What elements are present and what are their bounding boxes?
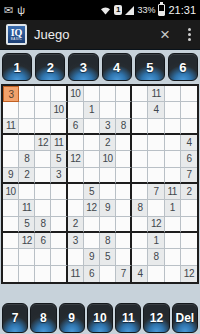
grid-cell-r1c3[interactable] — [35, 86, 51, 102]
notification-count-badge: 1 — [114, 5, 122, 15]
grid-cell-r1c10[interactable]: 11 — [148, 86, 164, 102]
grid-cell-r9c6[interactable] — [84, 217, 100, 233]
grid-cell-r1c1[interactable]: 3 — [3, 86, 19, 102]
battery-icon — [158, 4, 165, 16]
grid-cell-r11c6[interactable]: 9 — [84, 249, 100, 265]
grid-cell-r8c4[interactable] — [51, 200, 67, 216]
grid-cell-r6c3[interactable] — [35, 168, 51, 184]
grid-cell-r9c10[interactable]: 12 — [148, 217, 164, 233]
grid-cell-r3c3[interactable] — [35, 119, 51, 135]
grid-cell-r8c11[interactable]: 1 — [165, 200, 181, 216]
grid-cell-r4c5[interactable] — [68, 135, 84, 151]
grid-cell-r2c1[interactable] — [3, 102, 19, 118]
grid-cell-r6c5[interactable] — [68, 168, 84, 184]
grid-cell-r3c5[interactable]: 6 — [68, 119, 84, 135]
grid-cell-r5c10[interactable] — [148, 151, 164, 167]
grid-cell-r9c11[interactable] — [165, 217, 181, 233]
grid-cell-r9c5[interactable]: 2 — [68, 217, 84, 233]
grid-cell-r11c12[interactable] — [181, 249, 197, 265]
grid-cell-r4c1[interactable] — [3, 135, 19, 151]
grid-cell-r5c3[interactable] — [35, 151, 51, 167]
key-4[interactable]: 4 — [102, 53, 132, 81]
grid-cell-r12c12[interactable]: 12 — [181, 266, 197, 282]
grid-cell-r4c6[interactable] — [84, 135, 100, 151]
key-12[interactable]: 12 — [143, 303, 169, 333]
envelope-icon: ✉ — [4, 5, 13, 16]
grid-cell-r6c8[interactable] — [116, 168, 132, 184]
key-7[interactable]: 7 — [2, 303, 28, 333]
logo-subtext: BASIC — [11, 38, 23, 41]
grid-cell-r4c7[interactable]: 2 — [100, 135, 116, 151]
grid-cell-r12c6[interactable]: 6 — [84, 266, 100, 282]
grid-cell-r5c5[interactable]: 12 — [68, 151, 84, 167]
battery-percent: 33% — [137, 5, 155, 15]
grid-cell-r7c11[interactable]: 11 — [165, 184, 181, 200]
wifi-icon — [100, 5, 111, 15]
grid-cell-r11c2[interactable] — [19, 249, 35, 265]
grid-cell-r3c7[interactable]: 3 — [100, 119, 116, 135]
grid-cell-r7c9[interactable] — [132, 184, 148, 200]
grid-cell-r1c11[interactable] — [165, 86, 181, 102]
grid-cell-r11c8[interactable] — [116, 249, 132, 265]
grid-cell-r5c9[interactable] — [132, 151, 148, 167]
grid-cell-r9c3[interactable]: 8 — [35, 217, 51, 233]
grid-cell-r2c5[interactable] — [68, 102, 84, 118]
overflow-menu-icon[interactable] — [176, 24, 194, 45]
grid-cell-r11c1[interactable] — [3, 249, 19, 265]
grid-cell-r6c9[interactable] — [132, 168, 148, 184]
grid-cell-r4c3[interactable]: 12 — [35, 135, 51, 151]
grid-cell-r9c12[interactable] — [181, 217, 197, 233]
grid-cell-r10c8[interactable] — [116, 233, 132, 249]
grid-cell-r10c7[interactable]: 8 — [100, 233, 116, 249]
grid-cell-r12c9[interactable]: 4 — [132, 266, 148, 282]
grid-cell-r8c2[interactable]: 11 — [19, 200, 35, 216]
grid-cell-r11c7[interactable]: 5 — [100, 249, 116, 265]
grid-cell-r10c11[interactable] — [165, 233, 181, 249]
grid-cell-r5c6[interactable] — [84, 151, 100, 167]
grid-cell-r3c6[interactable] — [84, 119, 100, 135]
grid-cell-r11c9[interactable] — [132, 249, 148, 265]
key-3[interactable]: 3 — [68, 53, 98, 81]
grid-cell-r8c10[interactable] — [148, 200, 164, 216]
grid-cell-r12c8[interactable]: 7 — [116, 266, 132, 282]
grid-cell-r6c4[interactable]: 3 — [51, 168, 67, 184]
grid-cell-r3c9[interactable] — [132, 119, 148, 135]
grid-cell-r4c9[interactable] — [132, 135, 148, 151]
grid-cell-r5c1[interactable] — [3, 151, 19, 167]
grid-cell-r1c12[interactable] — [181, 86, 197, 102]
grid-cell-r12c2[interactable] — [19, 266, 35, 282]
grid-cell-r11c5[interactable] — [68, 249, 84, 265]
grid-cell-r3c2[interactable] — [19, 119, 35, 135]
grid-cell-r9c1[interactable] — [3, 217, 19, 233]
grid-cell-r2c2[interactable] — [19, 102, 35, 118]
grid-cell-r11c10[interactable]: 8 — [148, 249, 164, 265]
grid-cell-r7c2[interactable] — [19, 184, 35, 200]
grid-cell-r3c11[interactable] — [165, 119, 181, 135]
grid-cell-r4c4[interactable]: 11 — [51, 135, 67, 151]
grid-cell-r12c3[interactable] — [35, 266, 51, 282]
grid-cell-r9c2[interactable]: 5 — [19, 217, 35, 233]
grid-cell-r3c1[interactable]: 11 — [3, 119, 19, 135]
grid-cell-r9c7[interactable] — [100, 217, 116, 233]
grid-cell-r6c12[interactable]: 7 — [181, 168, 197, 184]
sudoku-grid: 3101110141163812112485121069237105711211… — [1, 84, 199, 284]
grid-cell-r2c9[interactable] — [132, 102, 148, 118]
grid-cell-r6c11[interactable] — [165, 168, 181, 184]
grid-cell-r5c7[interactable]: 10 — [100, 151, 116, 167]
grid-cell-r5c8[interactable] — [116, 151, 132, 167]
key-8[interactable]: 8 — [30, 303, 56, 333]
grid-cell-r5c12[interactable]: 6 — [181, 151, 197, 167]
grid-cell-r7c7[interactable] — [100, 184, 116, 200]
status-bar: ✉ ψ 1 33% 21:31 — [0, 0, 200, 20]
grid-cell-r8c8[interactable] — [116, 200, 132, 216]
grid-cell-r12c1[interactable] — [3, 266, 19, 282]
grid-cell-r2c11[interactable] — [165, 102, 181, 118]
grid-cell-r1c6[interactable] — [84, 86, 100, 102]
grid-cell-r7c6[interactable]: 5 — [84, 184, 100, 200]
grid-cell-r2c4[interactable]: 10 — [51, 102, 67, 118]
key-10[interactable]: 10 — [87, 303, 113, 333]
grid-cell-r8c9[interactable]: 8 — [132, 200, 148, 216]
grid-cell-r2c6[interactable]: 1 — [84, 102, 100, 118]
grid-cell-r11c3[interactable] — [35, 249, 51, 265]
grid-cell-r10c10[interactable]: 1 — [148, 233, 164, 249]
key-5[interactable]: 5 — [135, 53, 165, 81]
keypad-top: 123456 — [0, 50, 200, 84]
grid-cell-r7c10[interactable]: 7 — [148, 184, 164, 200]
grid-cell-r6c6[interactable] — [84, 168, 100, 184]
signal-icon — [125, 6, 134, 15]
key-del[interactable]: Del — [172, 303, 198, 333]
grid-cell-r2c7[interactable] — [100, 102, 116, 118]
grid-cell-r7c5[interactable] — [68, 184, 84, 200]
key-2[interactable]: 2 — [35, 53, 65, 81]
grid-cell-r7c3[interactable] — [35, 184, 51, 200]
grid-cell-r4c10[interactable] — [148, 135, 164, 151]
grid-cell-r12c7[interactable] — [100, 266, 116, 282]
grid-cell-r10c1[interactable] — [3, 233, 19, 249]
grid-cell-r12c4[interactable] — [51, 266, 67, 282]
grid-cell-r5c11[interactable] — [165, 151, 181, 167]
page-title: Juego — [34, 27, 69, 42]
grid-cell-r4c11[interactable] — [165, 135, 181, 151]
grid-cell-r6c10[interactable] — [148, 168, 164, 184]
grid-cell-r10c5[interactable]: 3 — [68, 233, 84, 249]
grid-cell-r8c5[interactable] — [68, 200, 84, 216]
app-logo-icon[interactable]: IQ BASIC — [6, 24, 27, 45]
grid-cell-r2c12[interactable] — [181, 102, 197, 118]
grid-cell-r1c9[interactable] — [132, 86, 148, 102]
grid-cell-r6c2[interactable]: 2 — [19, 168, 35, 184]
grid-cell-r3c4[interactable] — [51, 119, 67, 135]
grid-cell-r3c8[interactable]: 8 — [116, 119, 132, 135]
grid-cell-r10c12[interactable] — [181, 233, 197, 249]
grid-cell-r3c10[interactable] — [148, 119, 164, 135]
grid-cell-r8c6[interactable]: 12 — [84, 200, 100, 216]
grid-cell-r2c10[interactable]: 4 — [148, 102, 164, 118]
grid-cell-r1c4[interactable] — [51, 86, 67, 102]
grid-cell-r9c9[interactable] — [132, 217, 148, 233]
grid-cell-r10c3[interactable]: 6 — [35, 233, 51, 249]
grid-cell-r10c6[interactable] — [84, 233, 100, 249]
grid-cell-r10c9[interactable] — [132, 233, 148, 249]
key-9[interactable]: 9 — [59, 303, 85, 333]
key-1[interactable]: 1 — [2, 53, 32, 81]
grid-cell-r7c8[interactable] — [116, 184, 132, 200]
grid-cell-r7c12[interactable]: 2 — [181, 184, 197, 200]
grid-cell-r8c7[interactable]: 9 — [100, 200, 116, 216]
grid-cell-r4c2[interactable] — [19, 135, 35, 151]
grid-cell-r7c4[interactable] — [51, 184, 67, 200]
grid-cell-r11c11[interactable] — [165, 249, 181, 265]
grid-cell-r1c2[interactable] — [19, 86, 35, 102]
grid-cell-r8c3[interactable] — [35, 200, 51, 216]
grid-cell-r12c11[interactable] — [165, 266, 181, 282]
grid-cell-r3c12[interactable] — [181, 119, 197, 135]
grid-cell-r4c12[interactable]: 4 — [181, 135, 197, 151]
grid-cell-r1c7[interactable] — [100, 86, 116, 102]
grid-cell-r6c7[interactable] — [100, 168, 116, 184]
grid-cell-r1c8[interactable] — [116, 86, 132, 102]
keypad-bottom: 789101112Del — [0, 300, 200, 334]
grid-cell-r8c12[interactable] — [181, 200, 197, 216]
action-bar: IQ BASIC Juego × — [0, 20, 200, 50]
grid-cell-r10c2[interactable]: 12 — [19, 233, 35, 249]
grid-cell-r5c4[interactable]: 5 — [51, 151, 67, 167]
grid-cell-r12c10[interactable] — [148, 266, 164, 282]
close-icon[interactable]: × — [154, 24, 176, 45]
grid-cell-r5c2[interactable]: 8 — [19, 151, 35, 167]
grid-cell-r11c4[interactable] — [51, 249, 67, 265]
key-6[interactable]: 6 — [168, 53, 198, 81]
grid-cell-r7c1[interactable]: 10 — [3, 184, 19, 200]
grid-cell-r10c4[interactable] — [51, 233, 67, 249]
grid-cell-r4c8[interactable] — [116, 135, 132, 151]
grid-cell-r1c5[interactable]: 10 — [68, 86, 84, 102]
grid-cell-r9c4[interactable] — [51, 217, 67, 233]
key-11[interactable]: 11 — [115, 303, 141, 333]
grid-cell-r12c5[interactable]: 11 — [68, 266, 84, 282]
clock: 21:31 — [168, 4, 196, 16]
grid-cell-r6c1[interactable]: 9 — [3, 168, 19, 184]
grid-cell-r9c8[interactable] — [116, 217, 132, 233]
grid-cell-r8c1[interactable] — [3, 200, 19, 216]
grid-cell-r2c3[interactable] — [35, 102, 51, 118]
usb-icon: ψ — [17, 5, 25, 16]
grid-cell-r2c8[interactable] — [116, 102, 132, 118]
